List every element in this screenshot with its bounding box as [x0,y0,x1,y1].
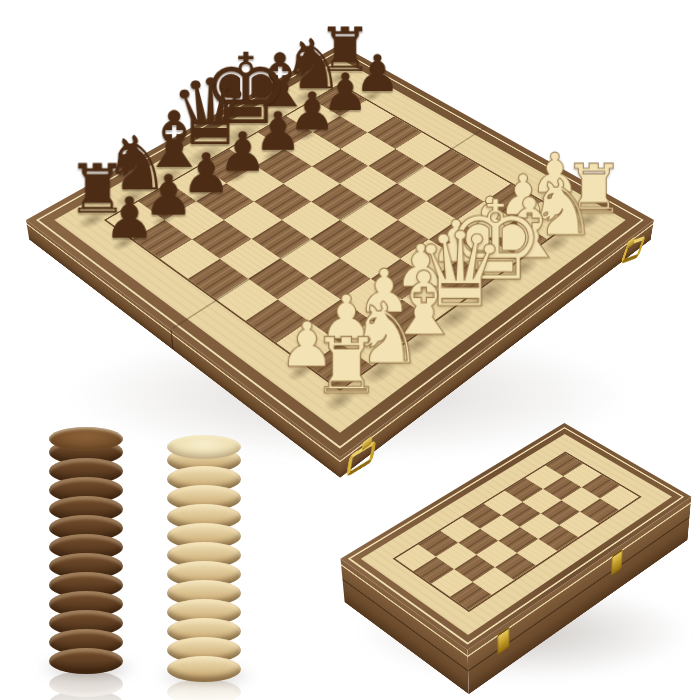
checker-disc-dark [49,648,123,674]
product-photo-stage: ♜♞♝♛♚♝♞♜♟♟♟♟♟♟♟♟♟♟♟♟♟♟♟♟♜♞♝♛♚♝♞♜ [0,0,700,700]
checker-disc-light-top-face [167,435,241,459]
fold-seam [170,329,173,350]
chess-piece-black-pawn: ♟ [78,190,180,247]
chess-piece-white-rook: ♜ [290,328,404,405]
clasp-latch-icon [611,549,623,576]
checker-stack-light [167,435,241,685]
checker-stack-dark [49,427,123,677]
clasp-latch-icon [497,627,509,655]
checker-disc-light [167,656,241,682]
checker-disc-dark-top-face [49,427,123,451]
